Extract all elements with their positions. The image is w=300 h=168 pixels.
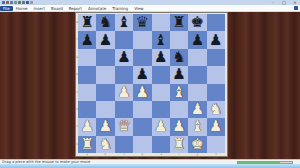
square-f4[interactable]: ♝: [170, 84, 188, 101]
black-pawn-g7[interactable]: ♟: [191, 32, 204, 47]
square-g8[interactable]: ♚: [188, 14, 206, 31]
black-rook-a8[interactable]: ♜: [80, 15, 93, 30]
file-label-h: h: [208, 152, 223, 155]
black-knight-b8[interactable]: ♞: [99, 15, 112, 30]
square-c6[interactable]: ♟: [115, 49, 133, 66]
square-e5[interactable]: [152, 66, 170, 83]
square-d8[interactable]: ♛: [133, 14, 151, 31]
black-pawn-b7[interactable]: ♟: [99, 32, 112, 47]
white-bishop-f4[interactable]: ♝: [172, 84, 185, 99]
ribbon-options-icon[interactable]: [294, 6, 298, 10]
square-g3[interactable]: ♟: [188, 101, 206, 118]
square-e7[interactable]: ♝: [152, 31, 170, 48]
square-a2[interactable]: ♟: [78, 118, 96, 135]
square-h6[interactable]: [207, 49, 225, 66]
app-window: –□✕ FileHomeInsertBoardReportAnnotateTra…: [0, 0, 300, 168]
white-rook-f1[interactable]: ♜: [172, 136, 185, 151]
black-king-g8[interactable]: ♚: [191, 15, 204, 30]
square-c8[interactable]: ♝: [115, 14, 133, 31]
menu-item-board[interactable]: Board: [48, 6, 66, 11]
redo-icon[interactable]: [22, 1, 25, 4]
square-c3[interactable]: [115, 101, 133, 118]
square-f8[interactable]: ♜: [170, 14, 188, 31]
square-d3[interactable]: [133, 101, 151, 118]
file-label-a: a: [80, 152, 95, 155]
white-pawn-d4[interactable]: ♟: [136, 84, 149, 99]
engine-icon[interactable]: [30, 1, 33, 4]
menu-bar: FileHomeInsertBoardReportAnnotateTrainin…: [0, 5, 300, 12]
square-f1[interactable]: ♜: [170, 136, 188, 153]
square-f6[interactable]: ♞: [170, 49, 188, 66]
square-a7[interactable]: ♟: [78, 31, 96, 48]
square-g4[interactable]: [188, 84, 206, 101]
square-c4[interactable]: ♟: [115, 84, 133, 101]
square-h4[interactable]: [207, 84, 225, 101]
white-bishop-g2[interactable]: ♝: [191, 119, 204, 134]
black-pawn-f5[interactable]: ♟: [172, 67, 185, 82]
menu-item-training[interactable]: Training: [109, 6, 131, 11]
white-pawn-b2[interactable]: ♟: [99, 119, 112, 134]
white-pawn-a2[interactable]: ♟: [80, 119, 93, 134]
undo-icon[interactable]: [18, 1, 21, 4]
square-h8[interactable]: [207, 14, 225, 31]
chess-board-frame: 87654321 ♜♞♝♛♜♚♟♟♝♟♟♟♟♞♟♟♟♟♝♟♞♟♟♛♟♟♝♟♜♞♜…: [75, 12, 228, 157]
square-b6[interactable]: [96, 49, 114, 66]
progress-fill: [238, 162, 280, 163]
square-a3[interactable]: [78, 101, 96, 118]
square-e1[interactable]: [152, 136, 170, 153]
square-a4[interactable]: [78, 84, 96, 101]
square-c5[interactable]: [115, 66, 133, 83]
white-pawn-c4[interactable]: ♟: [117, 84, 130, 99]
square-h7[interactable]: ♟: [207, 31, 225, 48]
square-h2[interactable]: ♟: [207, 118, 225, 135]
white-king-g1[interactable]: ♚: [191, 136, 204, 151]
white-knight-b1[interactable]: ♞: [99, 136, 112, 151]
menu-item-annotate[interactable]: Annotate: [85, 6, 109, 11]
square-d4[interactable]: ♟: [133, 84, 151, 101]
square-h3[interactable]: ♞: [207, 101, 225, 118]
square-b2[interactable]: ♟: [96, 118, 114, 135]
white-pawn-g3[interactable]: ♟: [191, 102, 204, 117]
square-b1[interactable]: ♞: [96, 136, 114, 153]
square-d5[interactable]: ♟: [133, 66, 151, 83]
menu-item-insert[interactable]: Insert: [31, 6, 48, 11]
black-rook-f8[interactable]: ♜: [172, 15, 185, 30]
square-g2[interactable]: ♝: [188, 118, 206, 135]
black-bishop-c8[interactable]: ♝: [117, 15, 130, 30]
square-e4[interactable]: [152, 84, 170, 101]
file-label-e: e: [153, 152, 168, 155]
square-b7[interactable]: ♟: [96, 31, 114, 48]
white-pawn-f2[interactable]: ♟: [172, 119, 185, 134]
file-label-g: g: [190, 152, 205, 155]
open-icon[interactable]: [6, 1, 9, 4]
square-b4[interactable]: [96, 84, 114, 101]
file-labels: abcdefgh: [78, 152, 225, 156]
square-g1[interactable]: ♚: [188, 136, 206, 153]
menu-item-file[interactable]: File: [0, 6, 13, 11]
menu-item-report[interactable]: Report: [66, 6, 85, 11]
square-d1[interactable]: [133, 136, 151, 153]
black-queen-d8[interactable]: ♛: [136, 15, 149, 30]
square-g7[interactable]: ♟: [188, 31, 206, 48]
square-e3[interactable]: [152, 101, 170, 118]
square-d2[interactable]: [133, 118, 151, 135]
square-a5[interactable]: [78, 66, 96, 83]
black-pawn-h7[interactable]: ♟: [209, 32, 222, 47]
white-pawn-h2[interactable]: ♟: [209, 119, 222, 134]
file-label-c: c: [117, 152, 132, 155]
chess-board[interactable]: ♜♞♝♛♜♚♟♟♝♟♟♟♟♞♟♟♟♟♝♟♞♟♟♛♟♟♝♟♜♞♜♚: [78, 14, 225, 153]
black-knight-f6[interactable]: ♞: [172, 49, 185, 64]
square-h5[interactable]: [207, 66, 225, 83]
white-queen-c2[interactable]: ♛: [117, 119, 130, 134]
square-e6[interactable]: ♟: [152, 49, 170, 66]
square-b8[interactable]: ♞: [96, 14, 114, 31]
black-pawn-a7[interactable]: ♟: [80, 32, 93, 47]
square-f5[interactable]: ♟: [170, 66, 188, 83]
square-e2[interactable]: ♟: [152, 118, 170, 135]
quick-access-toolbar: [2, 1, 33, 4]
black-pawn-e6[interactable]: ♟: [154, 49, 167, 64]
black-pawn-c6[interactable]: ♟: [117, 49, 130, 64]
square-c1[interactable]: [115, 136, 133, 153]
square-c2[interactable]: ♛: [115, 118, 133, 135]
square-d7[interactable]: [133, 31, 151, 48]
square-f2[interactable]: ♟: [170, 118, 188, 135]
black-pawn-d5[interactable]: ♟: [136, 67, 149, 82]
file-label-f: f: [172, 152, 187, 155]
white-knight-h3[interactable]: ♞: [209, 102, 222, 117]
menu-item-home[interactable]: Home: [13, 6, 31, 11]
square-f7[interactable]: [170, 31, 188, 48]
square-e8[interactable]: [152, 14, 170, 31]
square-f3[interactable]: [170, 101, 188, 118]
save-icon[interactable]: [10, 1, 13, 4]
square-b3[interactable]: [96, 101, 114, 118]
file-label-d: d: [135, 152, 150, 155]
file-label-b: b: [98, 152, 113, 155]
new-icon[interactable]: [2, 1, 5, 4]
taskbar-strip: [0, 164, 300, 168]
square-b5[interactable]: [96, 66, 114, 83]
square-a1[interactable]: ♜: [78, 136, 96, 153]
print-icon[interactable]: [14, 1, 17, 4]
square-d6[interactable]: [133, 49, 151, 66]
square-h1[interactable]: [207, 136, 225, 153]
menu-item-view[interactable]: View: [131, 6, 147, 11]
board-icon[interactable]: [26, 1, 29, 4]
black-bishop-e7[interactable]: ♝: [154, 32, 167, 47]
white-pawn-e2[interactable]: ♟: [154, 119, 167, 134]
square-c7[interactable]: [115, 31, 133, 48]
square-g5[interactable]: [188, 66, 206, 83]
square-a6[interactable]: [78, 49, 96, 66]
white-rook-a1[interactable]: ♜: [80, 136, 93, 151]
square-a8[interactable]: ♜: [78, 14, 96, 31]
square-g6[interactable]: [188, 49, 206, 66]
